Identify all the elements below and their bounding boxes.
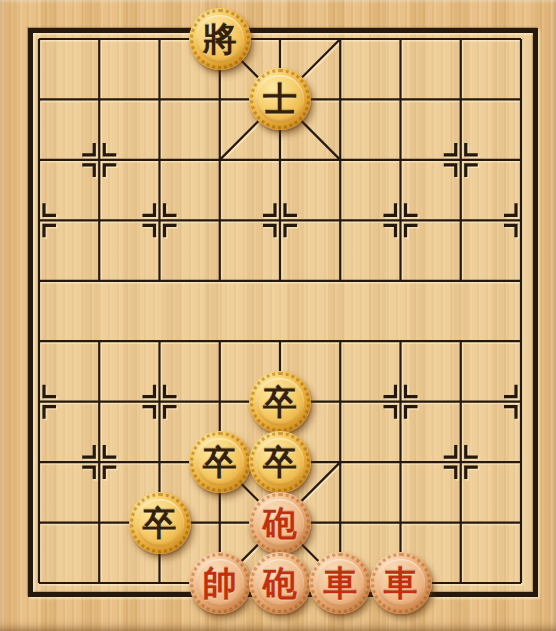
piece-face: 車	[316, 559, 364, 607]
piece-character: 車	[384, 566, 418, 600]
piece-face: 卒	[256, 438, 304, 486]
piece-character: 砲	[263, 506, 297, 540]
piece-character: 卒	[203, 445, 237, 479]
piece-face: 卒	[136, 499, 184, 547]
piece-character: 卒	[263, 385, 297, 419]
piece-red-chariot[interactable]: 車	[370, 552, 432, 614]
piece-black-general[interactable]: 將	[189, 8, 251, 70]
piece-red-chariot[interactable]: 車	[309, 552, 371, 614]
piece-character: 砲	[263, 566, 297, 600]
piece-face: 士	[256, 75, 304, 123]
piece-face: 卒	[196, 438, 244, 486]
piece-character: 帥	[203, 566, 237, 600]
piece-black-soldier[interactable]: 卒	[249, 371, 311, 433]
piece-face: 卒	[256, 378, 304, 426]
piece-black-advisor[interactable]: 士	[249, 68, 311, 130]
xiangqi-board-screenshot: { "game": "xiangqi", "position": "3k5/4a…	[0, 0, 556, 631]
piece-black-soldier[interactable]: 卒	[189, 431, 251, 493]
piece-black-soldier[interactable]: 卒	[249, 431, 311, 493]
piece-face: 帥	[196, 559, 244, 607]
piece-character: 卒	[143, 506, 177, 540]
piece-character: 士	[263, 82, 297, 116]
piece-face: 砲	[256, 559, 304, 607]
piece-face: 車	[377, 559, 425, 607]
piece-black-soldier[interactable]: 卒	[129, 492, 191, 554]
piece-face: 砲	[256, 499, 304, 547]
piece-character: 將	[203, 22, 237, 56]
piece-red-cannon[interactable]: 砲	[249, 492, 311, 554]
piece-character: 車	[323, 566, 357, 600]
piece-face: 將	[196, 15, 244, 63]
piece-red-cannon[interactable]: 砲	[249, 552, 311, 614]
piece-red-general[interactable]: 帥	[189, 552, 251, 614]
piece-character: 卒	[263, 445, 297, 479]
